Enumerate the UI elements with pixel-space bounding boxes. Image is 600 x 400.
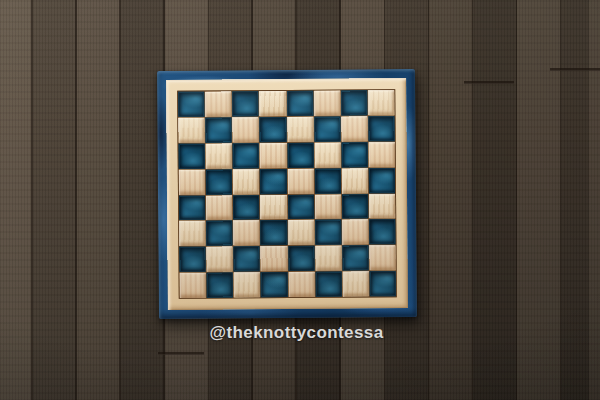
board-resin-border (157, 69, 417, 319)
square-c4 (233, 195, 259, 220)
square-a2 (179, 247, 205, 272)
plank-joint (158, 352, 204, 355)
square-h6 (368, 142, 394, 167)
square-g3 (342, 220, 368, 245)
square-c6 (233, 143, 259, 168)
square-a5 (179, 169, 205, 194)
square-h4 (369, 194, 395, 219)
square-h5 (369, 168, 395, 193)
square-c8 (232, 91, 258, 116)
square-d7 (260, 117, 286, 142)
square-d5 (260, 169, 286, 194)
square-f1 (315, 272, 341, 297)
square-b5 (206, 169, 232, 194)
square-b8 (205, 91, 231, 116)
square-g7 (341, 116, 367, 141)
square-h2 (369, 245, 395, 270)
square-g4 (342, 194, 368, 219)
square-e2 (288, 246, 314, 271)
square-e3 (288, 220, 314, 245)
square-d1 (261, 272, 287, 297)
square-b3 (206, 221, 232, 246)
plank-joint (550, 68, 600, 71)
square-f4 (315, 194, 341, 219)
square-a3 (179, 221, 205, 246)
square-f8 (314, 91, 340, 116)
square-a4 (179, 195, 205, 220)
watermark-text: @theknottycontessa (210, 323, 384, 343)
square-f5 (314, 168, 340, 193)
square-f6 (314, 142, 340, 167)
board-maple-frame (166, 78, 408, 310)
square-g2 (342, 246, 368, 271)
square-c2 (234, 246, 260, 271)
square-d4 (260, 195, 286, 220)
chess-board (157, 69, 417, 319)
square-c1 (234, 272, 260, 297)
square-b7 (206, 117, 232, 142)
square-e4 (288, 194, 314, 219)
square-g8 (341, 90, 367, 115)
square-a8 (178, 92, 204, 117)
square-e1 (288, 272, 314, 297)
square-a6 (179, 143, 205, 168)
square-e8 (287, 91, 313, 116)
square-h8 (368, 90, 394, 115)
square-h7 (368, 116, 394, 141)
square-c3 (233, 221, 259, 246)
square-b4 (206, 195, 232, 220)
square-f7 (314, 116, 340, 141)
square-h1 (369, 271, 395, 296)
square-d6 (260, 143, 286, 168)
plank-joint (464, 81, 514, 84)
square-d8 (260, 91, 286, 116)
square-g6 (341, 142, 367, 167)
square-g1 (342, 271, 368, 296)
board-grid (177, 89, 397, 299)
square-b6 (206, 143, 232, 168)
square-e7 (287, 117, 313, 142)
square-d2 (261, 246, 287, 271)
square-g5 (342, 168, 368, 193)
square-c5 (233, 169, 259, 194)
square-c7 (233, 117, 259, 142)
square-f2 (315, 246, 341, 271)
square-b2 (207, 247, 233, 272)
square-a1 (180, 273, 206, 298)
square-e5 (287, 168, 313, 193)
square-e6 (287, 143, 313, 168)
square-f3 (315, 220, 341, 245)
square-b1 (207, 273, 233, 298)
square-d3 (261, 220, 287, 245)
square-h3 (369, 220, 395, 245)
square-a7 (178, 118, 204, 143)
